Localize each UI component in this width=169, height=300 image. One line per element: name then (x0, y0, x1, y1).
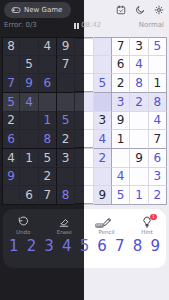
cell-r2c9[interactable] (149, 56, 167, 75)
sudoku-board: 8497355764796528154328215394682417415329… (2, 37, 167, 205)
status-bar: Error: 0/3 08:42 Normal (4, 22, 164, 29)
cell-r8c1[interactable]: 9 (2, 168, 20, 187)
cell-r4c9[interactable]: 8 (149, 93, 167, 112)
cell-r4c2[interactable]: 4 (20, 93, 38, 112)
cell-r1c5[interactable] (75, 37, 93, 56)
new-game-label: New Game (24, 7, 62, 14)
cell-r2c2[interactable]: 5 (20, 56, 38, 75)
cell-r9c7[interactable]: 5 (112, 186, 130, 205)
cell-r6c3[interactable]: 8 (39, 130, 57, 149)
control-panel: Undo Erase OFF Pencil 1 (3, 209, 166, 268)
difficulty-label: Normal (139, 22, 164, 29)
erase-label: Erase (57, 230, 72, 236)
pencil-mode-badge: OFF (95, 223, 105, 229)
cell-r6c8[interactable] (130, 130, 148, 149)
cell-r4c3[interactable] (39, 93, 57, 112)
cell-r6c1[interactable]: 6 (2, 130, 20, 149)
cell-r4c7[interactable]: 3 (112, 93, 130, 112)
cell-r3c6[interactable]: 5 (94, 74, 112, 93)
numpad-1[interactable]: 1 (9, 237, 19, 255)
cell-r6c4[interactable]: 2 (57, 130, 75, 149)
undo-button[interactable]: Undo (16, 216, 30, 235)
cell-r8c2[interactable] (20, 168, 38, 187)
cell-r1c9[interactable]: 5 (149, 37, 167, 56)
numpad-4[interactable]: 4 (62, 237, 72, 255)
error-counter: Error: 0/3 (4, 22, 37, 29)
cell-r2c5[interactable] (75, 56, 93, 75)
cell-r2c4[interactable]: 7 (57, 56, 75, 75)
cell-r8c7[interactable]: 4 (112, 168, 130, 187)
numpad-5[interactable]: 5 (80, 237, 90, 255)
top-icons (116, 5, 164, 15)
numpad-8[interactable]: 8 (133, 237, 143, 255)
cell-r6c9[interactable]: 7 (149, 130, 167, 149)
cell-r9c4[interactable]: 8 (57, 186, 75, 205)
cell-r7c2[interactable]: 1 (20, 149, 38, 168)
cell-r3c4[interactable] (57, 74, 75, 93)
cell-r2c8[interactable]: 4 (130, 56, 148, 75)
cell-r6c5[interactable] (75, 130, 93, 149)
undo-label: Undo (16, 230, 30, 236)
cell-r5c2[interactable] (20, 112, 38, 131)
cell-r8c3[interactable]: 2 (39, 168, 57, 187)
new-game-button[interactable]: New Game (4, 2, 71, 18)
cell-r2c1[interactable] (2, 56, 20, 75)
night-mode-moon-icon[interactable] (135, 5, 145, 15)
cell-r7c9[interactable]: 6 (149, 149, 167, 168)
hint-button[interactable]: 1 Hint (141, 216, 153, 235)
cell-r9c2[interactable]: 6 (20, 186, 38, 205)
cell-r7c8[interactable]: 9 (130, 149, 148, 168)
cell-r5c8[interactable] (130, 112, 148, 131)
cell-r3c1[interactable]: 7 (2, 74, 20, 93)
toolbar: Undo Erase OFF Pencil 1 (3, 209, 166, 235)
cell-r9c1[interactable] (2, 186, 20, 205)
settings-gear-icon[interactable] (154, 5, 164, 15)
cell-r5c6[interactable]: 3 (94, 112, 112, 131)
cell-r5c5[interactable] (75, 112, 93, 131)
cell-r1c3[interactable]: 4 (39, 37, 57, 56)
cell-r8c5[interactable] (75, 168, 93, 187)
cell-r1c6[interactable] (94, 37, 112, 56)
cell-r7c3[interactable]: 5 (39, 149, 57, 168)
cell-r1c8[interactable]: 3 (130, 37, 148, 56)
hint-count-badge: 1 (150, 214, 157, 221)
cell-r5c4[interactable]: 5 (57, 112, 75, 131)
cell-r4c6[interactable] (94, 93, 112, 112)
cell-r8c9[interactable]: 3 (149, 168, 167, 187)
cell-r4c8[interactable]: 2 (130, 93, 148, 112)
cell-r9c3[interactable]: 7 (39, 186, 57, 205)
numpad-2[interactable]: 2 (27, 237, 37, 255)
cell-r8c6[interactable] (94, 168, 112, 187)
pencil-button[interactable]: OFF Pencil (99, 216, 115, 235)
cell-r9c5[interactable] (75, 186, 93, 205)
numpad-6[interactable]: 6 (97, 237, 107, 255)
cell-r9c6[interactable]: 9 (94, 186, 112, 205)
cell-r5c3[interactable]: 1 (39, 112, 57, 131)
cell-r3c2[interactable]: 9 (20, 74, 38, 93)
cell-r7c7[interactable] (112, 149, 130, 168)
cell-r2c6[interactable] (94, 56, 112, 75)
erase-button[interactable]: Erase (57, 216, 72, 235)
numpad-9[interactable]: 9 (150, 237, 160, 255)
cell-r1c4[interactable]: 9 (57, 37, 75, 56)
cell-r1c1[interactable]: 8 (2, 37, 20, 56)
numpad-3[interactable]: 3 (44, 237, 54, 255)
eraser-icon (58, 216, 70, 228)
cell-r3c5[interactable] (75, 74, 93, 93)
cell-r6c2[interactable] (20, 130, 38, 149)
cell-r6c6[interactable]: 4 (94, 130, 112, 149)
cell-r8c4[interactable] (57, 168, 75, 187)
pause-icon[interactable] (74, 23, 79, 29)
gamepad-icon (11, 5, 21, 15)
cell-r3c3[interactable]: 6 (39, 74, 57, 93)
pencil-label: Pencil (99, 230, 115, 236)
sudoku-app-screen: New Game Error: 0/3 08:42 Normal 8497355… (0, 0, 169, 300)
cell-r2c7[interactable]: 6 (112, 56, 130, 75)
cell-r9c8[interactable]: 1 (130, 186, 148, 205)
cell-r1c7[interactable]: 7 (112, 37, 130, 56)
daily-challenge-calendar-icon[interactable] (116, 5, 126, 15)
cell-r4c4[interactable] (57, 93, 75, 112)
number-pad: 123456789 (3, 237, 166, 255)
cell-r5c7[interactable]: 9 (112, 112, 130, 131)
cell-r5c9[interactable]: 4 (149, 112, 167, 131)
cell-r6c7[interactable]: 1 (112, 130, 130, 149)
timer[interactable]: 08:42 (74, 22, 101, 29)
cell-r5c1[interactable]: 2 (2, 112, 20, 131)
numpad-7[interactable]: 7 (115, 237, 125, 255)
cell-r4c1[interactable]: 5 (2, 93, 20, 112)
cell-r7c6[interactable]: 2 (94, 149, 112, 168)
cell-r3c8[interactable]: 8 (130, 74, 148, 93)
top-bar: New Game (4, 2, 164, 18)
undo-icon (17, 216, 29, 228)
timer-value: 08:42 (81, 22, 101, 29)
cell-r7c5[interactable] (75, 149, 93, 168)
hint-label: Hint (141, 230, 152, 236)
cell-r2c3[interactable] (39, 56, 57, 75)
cell-r3c7[interactable]: 2 (112, 74, 130, 93)
cell-r9c9[interactable]: 2 (149, 186, 167, 205)
cell-r7c1[interactable]: 4 (2, 149, 20, 168)
cell-r8c8[interactable] (130, 168, 148, 187)
cell-r4c5[interactable] (75, 93, 93, 112)
cell-r3c9[interactable]: 1 (149, 74, 167, 93)
cell-r1c2[interactable] (20, 37, 38, 56)
cell-r7c4[interactable]: 3 (57, 149, 75, 168)
